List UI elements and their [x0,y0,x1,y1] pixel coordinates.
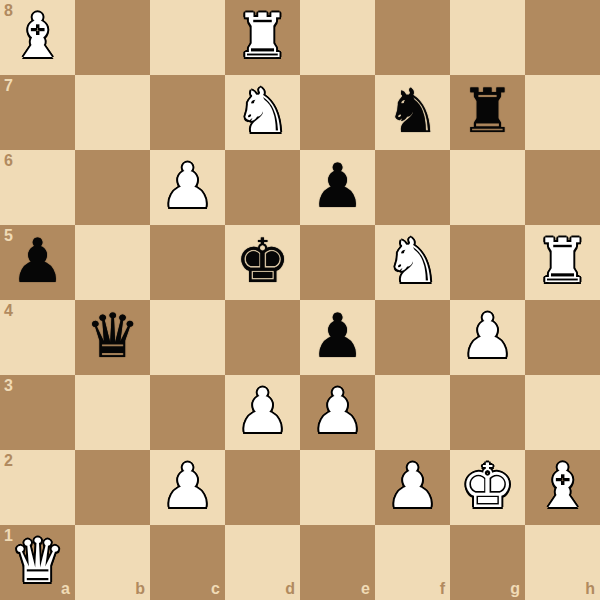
square-h7[interactable] [525,75,600,150]
square-e3[interactable]: ♟ [300,375,375,450]
square-e1[interactable]: e [300,525,375,600]
square-d7[interactable]: ♞ [225,75,300,150]
rank-label-4: 4 [4,303,13,319]
square-h5[interactable]: ♜ [525,225,600,300]
rank-label-1: 1 [4,528,13,544]
square-e7[interactable] [300,75,375,150]
white-knight[interactable]: ♞ [235,80,290,141]
black-pawn[interactable]: ♟ [10,230,65,291]
square-a2[interactable]: 2 [0,450,75,525]
rank-label-5: 5 [4,228,13,244]
square-b1[interactable]: b [75,525,150,600]
black-king[interactable]: ♚ [235,230,290,291]
square-e8[interactable] [300,0,375,75]
square-f6[interactable] [375,150,450,225]
square-b3[interactable] [75,375,150,450]
file-label-e: e [361,581,370,597]
white-bishop[interactable]: ♝ [10,5,65,66]
rank-label-7: 7 [4,78,13,94]
square-a4[interactable]: 4 [0,300,75,375]
file-label-f: f [440,581,445,597]
white-knight[interactable]: ♞ [385,230,440,291]
square-h2[interactable]: ♝ [525,450,600,525]
square-h6[interactable] [525,150,600,225]
rank-label-2: 2 [4,453,13,469]
square-c6[interactable]: ♟ [150,150,225,225]
file-label-b: b [135,581,145,597]
square-g5[interactable] [450,225,525,300]
file-label-d: d [285,581,295,597]
black-pawn[interactable]: ♟ [310,155,365,216]
square-h8[interactable] [525,0,600,75]
square-g3[interactable] [450,375,525,450]
white-pawn[interactable]: ♟ [460,305,515,366]
square-d4[interactable] [225,300,300,375]
square-a5[interactable]: 5♟ [0,225,75,300]
square-f3[interactable] [375,375,450,450]
square-g2[interactable]: ♚ [450,450,525,525]
black-queen[interactable]: ♛ [85,305,140,366]
square-b8[interactable] [75,0,150,75]
square-g1[interactable]: g [450,525,525,600]
square-a3[interactable]: 3 [0,375,75,450]
square-b2[interactable] [75,450,150,525]
square-f4[interactable] [375,300,450,375]
black-knight[interactable]: ♞ [385,80,440,141]
file-label-c: c [211,581,220,597]
square-d8[interactable]: ♜ [225,0,300,75]
square-b5[interactable] [75,225,150,300]
square-h3[interactable] [525,375,600,450]
square-f5[interactable]: ♞ [375,225,450,300]
square-f7[interactable]: ♞ [375,75,450,150]
square-a6[interactable]: 6 [0,150,75,225]
square-e4[interactable]: ♟ [300,300,375,375]
rank-label-6: 6 [4,153,13,169]
square-b6[interactable] [75,150,150,225]
square-e6[interactable]: ♟ [300,150,375,225]
white-bishop[interactable]: ♝ [535,455,590,516]
square-f1[interactable]: f [375,525,450,600]
white-rook[interactable]: ♜ [235,5,290,66]
square-g4[interactable]: ♟ [450,300,525,375]
square-c8[interactable] [150,0,225,75]
black-pawn[interactable]: ♟ [310,305,365,366]
white-pawn[interactable]: ♟ [385,455,440,516]
white-pawn[interactable]: ♟ [310,380,365,441]
square-g7[interactable]: ♜ [450,75,525,150]
white-pawn[interactable]: ♟ [160,155,215,216]
rank-label-3: 3 [4,378,13,394]
white-pawn[interactable]: ♟ [235,380,290,441]
black-rook[interactable]: ♜ [460,80,515,141]
chess-board: 8♝♜7♞♞♜6♟♟5♟♚♞♜4♛♟♟3♟♟2♟♟♚♝1a♛bcdefgh [0,0,600,600]
square-e5[interactable] [300,225,375,300]
square-h1[interactable]: h [525,525,600,600]
file-label-g: g [510,581,520,597]
square-c7[interactable] [150,75,225,150]
square-d1[interactable]: d [225,525,300,600]
square-d6[interactable] [225,150,300,225]
square-e2[interactable] [300,450,375,525]
square-f8[interactable] [375,0,450,75]
white-pawn[interactable]: ♟ [160,455,215,516]
square-d5[interactable]: ♚ [225,225,300,300]
white-king[interactable]: ♚ [460,455,515,516]
square-a8[interactable]: 8♝ [0,0,75,75]
square-c2[interactable]: ♟ [150,450,225,525]
square-g6[interactable] [450,150,525,225]
square-a7[interactable]: 7 [0,75,75,150]
file-label-a: a [61,581,70,597]
square-b7[interactable] [75,75,150,150]
white-rook[interactable]: ♜ [535,230,590,291]
square-c5[interactable] [150,225,225,300]
square-f2[interactable]: ♟ [375,450,450,525]
square-c4[interactable] [150,300,225,375]
square-g8[interactable] [450,0,525,75]
square-b4[interactable]: ♛ [75,300,150,375]
file-label-h: h [585,581,595,597]
square-h4[interactable] [525,300,600,375]
square-c1[interactable]: c [150,525,225,600]
white-queen[interactable]: ♛ [10,530,65,591]
square-d2[interactable] [225,450,300,525]
chess-board-wrapper: 8♝♜7♞♞♜6♟♟5♟♚♞♜4♛♟♟3♟♟2♟♟♚♝1a♛bcdefgh [0,0,600,600]
square-a1[interactable]: 1a♛ [0,525,75,600]
square-d3[interactable]: ♟ [225,375,300,450]
square-c3[interactable] [150,375,225,450]
rank-label-8: 8 [4,3,13,19]
